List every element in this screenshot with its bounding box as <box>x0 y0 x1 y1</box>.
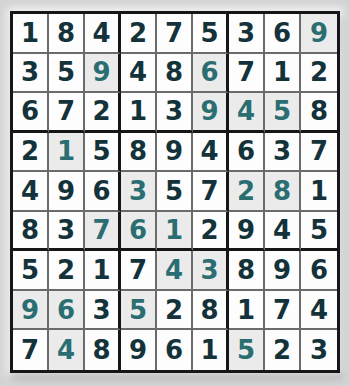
cell-r5c8[interactable]: 8 <box>265 172 301 212</box>
cell-r1c4[interactable]: 2 <box>121 14 157 54</box>
cell-r2c7[interactable]: 7 <box>229 54 265 94</box>
cell-r7c7[interactable]: 8 <box>229 251 265 291</box>
cell-r4c9[interactable]: 7 <box>301 133 337 173</box>
cell-r1c1[interactable]: 1 <box>13 14 49 54</box>
cell-r3c5[interactable]: 3 <box>157 93 193 133</box>
cell-r1c8[interactable]: 6 <box>265 14 301 54</box>
cell-r7c8[interactable]: 9 <box>265 251 301 291</box>
cell-r4c6[interactable]: 4 <box>193 133 229 173</box>
cell-r2c8[interactable]: 1 <box>265 54 301 94</box>
cell-r1c7[interactable]: 3 <box>229 14 265 54</box>
cell-r9c9[interactable]: 3 <box>301 330 337 370</box>
cell-r2c4[interactable]: 4 <box>121 54 157 94</box>
cell-r1c2[interactable]: 8 <box>49 14 85 54</box>
cell-r6c9[interactable]: 5 <box>301 212 337 252</box>
cell-r3c6[interactable]: 9 <box>193 93 229 133</box>
cell-r2c2[interactable]: 5 <box>49 54 85 94</box>
cell-r5c2[interactable]: 9 <box>49 172 85 212</box>
cell-r6c5[interactable]: 1 <box>157 212 193 252</box>
cell-r8c4[interactable]: 5 <box>121 291 157 331</box>
cell-r3c7[interactable]: 4 <box>229 93 265 133</box>
cell-r3c2[interactable]: 7 <box>49 93 85 133</box>
cell-r4c5[interactable]: 9 <box>157 133 193 173</box>
cell-r8c9[interactable]: 4 <box>301 291 337 331</box>
sudoku-board: 1842753693594867126721394582158946374963… <box>10 11 340 373</box>
cell-r3c4[interactable]: 1 <box>121 93 157 133</box>
cell-r3c8[interactable]: 5 <box>265 93 301 133</box>
cell-r9c8[interactable]: 2 <box>265 330 301 370</box>
cell-r4c7[interactable]: 6 <box>229 133 265 173</box>
cell-r7c6[interactable]: 3 <box>193 251 229 291</box>
cell-r3c9[interactable]: 8 <box>301 93 337 133</box>
cell-r9c7[interactable]: 5 <box>229 330 265 370</box>
cell-r6c8[interactable]: 4 <box>265 212 301 252</box>
cell-r2c5[interactable]: 8 <box>157 54 193 94</box>
cell-r2c3[interactable]: 9 <box>85 54 121 94</box>
cell-r7c5[interactable]: 4 <box>157 251 193 291</box>
cell-r6c1[interactable]: 8 <box>13 212 49 252</box>
cell-r5c6[interactable]: 7 <box>193 172 229 212</box>
cell-r2c6[interactable]: 6 <box>193 54 229 94</box>
cell-r9c3[interactable]: 8 <box>85 330 121 370</box>
cell-r6c2[interactable]: 3 <box>49 212 85 252</box>
cell-r1c3[interactable]: 4 <box>85 14 121 54</box>
cell-r8c3[interactable]: 3 <box>85 291 121 331</box>
cell-r8c5[interactable]: 2 <box>157 291 193 331</box>
cell-r4c2[interactable]: 1 <box>49 133 85 173</box>
cell-r2c9[interactable]: 2 <box>301 54 337 94</box>
cell-r7c1[interactable]: 5 <box>13 251 49 291</box>
cell-r8c7[interactable]: 1 <box>229 291 265 331</box>
cell-r4c1[interactable]: 2 <box>13 133 49 173</box>
cell-r1c9[interactable]: 9 <box>301 14 337 54</box>
cell-r5c9[interactable]: 1 <box>301 172 337 212</box>
cell-r9c2[interactable]: 4 <box>49 330 85 370</box>
cell-r7c9[interactable]: 6 <box>301 251 337 291</box>
cell-r8c8[interactable]: 7 <box>265 291 301 331</box>
cell-r2c1[interactable]: 3 <box>13 54 49 94</box>
cell-r5c5[interactable]: 5 <box>157 172 193 212</box>
cell-r6c3[interactable]: 7 <box>85 212 121 252</box>
cell-r1c5[interactable]: 7 <box>157 14 193 54</box>
cell-r1c6[interactable]: 5 <box>193 14 229 54</box>
cell-r5c4[interactable]: 3 <box>121 172 157 212</box>
cell-r9c5[interactable]: 6 <box>157 330 193 370</box>
page: 1842753693594867126721394582158946374963… <box>0 0 350 386</box>
cell-r4c3[interactable]: 5 <box>85 133 121 173</box>
cell-r9c6[interactable]: 1 <box>193 330 229 370</box>
cell-r5c1[interactable]: 4 <box>13 172 49 212</box>
cell-r6c6[interactable]: 2 <box>193 212 229 252</box>
cell-r6c7[interactable]: 9 <box>229 212 265 252</box>
cell-r6c4[interactable]: 6 <box>121 212 157 252</box>
cell-r8c6[interactable]: 8 <box>193 291 229 331</box>
cell-r7c2[interactable]: 2 <box>49 251 85 291</box>
cell-r9c1[interactable]: 7 <box>13 330 49 370</box>
cell-r3c3[interactable]: 2 <box>85 93 121 133</box>
cell-r5c7[interactable]: 2 <box>229 172 265 212</box>
cell-r4c4[interactable]: 8 <box>121 133 157 173</box>
cell-r7c3[interactable]: 1 <box>85 251 121 291</box>
cell-r3c1[interactable]: 6 <box>13 93 49 133</box>
cell-r7c4[interactable]: 7 <box>121 251 157 291</box>
cell-r5c3[interactable]: 6 <box>85 172 121 212</box>
cell-r9c4[interactable]: 9 <box>121 330 157 370</box>
cell-r8c2[interactable]: 6 <box>49 291 85 331</box>
cell-r4c8[interactable]: 3 <box>265 133 301 173</box>
cell-r8c1[interactable]: 9 <box>13 291 49 331</box>
